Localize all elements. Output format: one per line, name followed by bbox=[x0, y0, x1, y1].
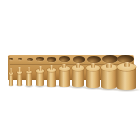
socket-hole bbox=[73, 56, 86, 63]
product-photo-montessori-cylinder-block bbox=[0, 0, 140, 140]
cylinder-knob bbox=[10, 68, 12, 74]
cylinder-knob bbox=[50, 65, 53, 70]
cylinder-knob bbox=[18, 67, 21, 72]
cylinder-knob bbox=[76, 63, 80, 68]
cylinder-knob bbox=[106, 63, 111, 68]
cylinder-body bbox=[86, 68, 100, 88]
cylinder-body bbox=[72, 68, 85, 87]
cylinder-knob bbox=[28, 67, 31, 72]
cylinder-knob bbox=[39, 66, 42, 71]
cylinder-body bbox=[26, 72, 32, 86]
cylinder-knob bbox=[91, 63, 96, 68]
cylinder-body bbox=[9, 74, 13, 86]
socket-hole bbox=[47, 57, 56, 62]
cylinder-body bbox=[36, 71, 44, 86]
cylinder-knob bbox=[124, 62, 130, 67]
cylinder-body bbox=[17, 73, 22, 86]
socket-hole bbox=[87, 56, 101, 63]
socket-hole bbox=[27, 58, 33, 61]
cylinder-body bbox=[59, 69, 70, 87]
cylinder-knob bbox=[62, 64, 66, 69]
